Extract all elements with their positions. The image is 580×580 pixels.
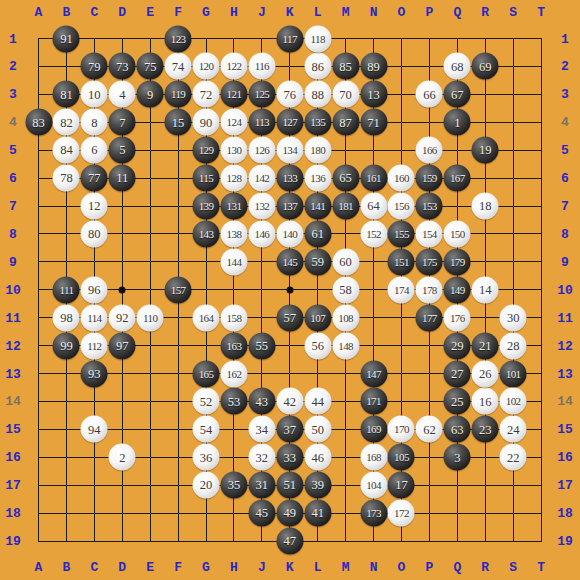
go-stone-f2[interactable]: 74 <box>165 53 192 80</box>
col-label-bottom: Q <box>453 560 461 575</box>
go-stone-m10[interactable]: 58 <box>332 276 359 303</box>
go-stone-l9[interactable]: 59 <box>304 248 331 275</box>
go-stone-g4[interactable]: 90 <box>193 109 220 136</box>
row-label-right: 2 <box>561 59 569 74</box>
row-label-left: 13 <box>5 366 21 381</box>
go-stone-e11[interactable]: 110 <box>137 304 164 331</box>
go-stone-d12[interactable]: 97 <box>109 332 136 359</box>
go-stone-h13[interactable]: 162 <box>220 360 247 387</box>
go-stone-s15[interactable]: 24 <box>500 416 527 443</box>
go-stone-q11[interactable]: 176 <box>444 304 471 331</box>
go-stone-p6[interactable]: 159 <box>416 165 443 192</box>
go-stone-j16[interactable]: 32 <box>248 444 275 471</box>
go-stone-o7[interactable]: 156 <box>388 193 415 220</box>
go-stone-f4[interactable]: 15 <box>165 109 192 136</box>
go-stone-q2[interactable]: 68 <box>444 53 471 80</box>
row-label-left: 8 <box>9 226 17 241</box>
go-stone-l2[interactable]: 86 <box>304 53 331 80</box>
go-stone-q9[interactable]: 179 <box>444 248 471 275</box>
go-stone-n18[interactable]: 173 <box>360 500 387 527</box>
go-stone-n14[interactable]: 171 <box>360 388 387 415</box>
go-stone-j6[interactable]: 142 <box>248 165 275 192</box>
go-stone-p11[interactable]: 177 <box>416 304 443 331</box>
col-label-bottom: B <box>63 560 71 575</box>
go-stone-b6[interactable]: 78 <box>53 165 80 192</box>
go-stone-l3[interactable]: 88 <box>304 81 331 108</box>
go-stone-f3[interactable]: 119 <box>165 81 192 108</box>
go-stone-r14[interactable]: 16 <box>472 388 499 415</box>
row-label-right: 13 <box>557 366 573 381</box>
go-stone-h5[interactable]: 130 <box>220 137 247 164</box>
go-stone-q16[interactable]: 3 <box>444 444 471 471</box>
go-stone-m11[interactable]: 108 <box>332 304 359 331</box>
row-label-left: 15 <box>5 422 21 437</box>
go-stone-m2[interactable]: 85 <box>332 53 359 80</box>
go-stone-g16[interactable]: 36 <box>193 444 220 471</box>
go-stone-n13[interactable]: 147 <box>360 360 387 387</box>
go-stone-n15[interactable]: 169 <box>360 416 387 443</box>
go-stone-l1[interactable]: 118 <box>304 25 331 52</box>
go-stone-h2[interactable]: 122 <box>220 53 247 80</box>
go-stone-s13[interactable]: 101 <box>500 360 527 387</box>
row-label-right: 5 <box>561 143 569 158</box>
go-stone-m4[interactable]: 87 <box>332 109 359 136</box>
col-label-bottom: L <box>314 560 322 575</box>
col-label-bottom: T <box>537 560 545 575</box>
col-label-bottom: F <box>174 560 182 575</box>
col-label-top: C <box>90 5 98 20</box>
row-label-left: 9 <box>9 254 17 269</box>
go-stone-k17[interactable]: 51 <box>276 472 303 499</box>
go-stone-s16[interactable]: 22 <box>500 444 527 471</box>
go-stone-g5[interactable]: 129 <box>193 137 220 164</box>
go-stone-k19[interactable]: 47 <box>276 528 303 555</box>
grid-line <box>541 38 542 542</box>
row-label-left: 3 <box>9 87 17 102</box>
row-label-left: 17 <box>5 478 21 493</box>
go-stone-n4[interactable]: 71 <box>360 109 387 136</box>
go-stone-f10[interactable]: 157 <box>165 276 192 303</box>
row-label-left: 18 <box>5 506 21 521</box>
go-stone-c10[interactable]: 96 <box>81 276 108 303</box>
row-label-right: 15 <box>557 422 573 437</box>
go-stone-l15[interactable]: 50 <box>304 416 331 443</box>
go-stone-j4[interactable]: 113 <box>248 109 275 136</box>
go-stone-g17[interactable]: 20 <box>193 472 220 499</box>
go-stone-d5[interactable]: 5 <box>109 137 136 164</box>
go-stone-k15[interactable]: 37 <box>276 416 303 443</box>
col-label-top: N <box>370 5 378 20</box>
col-label-top: A <box>35 5 43 20</box>
go-stone-k14[interactable]: 42 <box>276 388 303 415</box>
row-label-left: 19 <box>5 534 21 549</box>
go-stone-c2[interactable]: 79 <box>81 53 108 80</box>
go-stone-o6[interactable]: 160 <box>388 165 415 192</box>
go-stone-j12[interactable]: 55 <box>248 332 275 359</box>
go-stone-p9[interactable]: 175 <box>416 248 443 275</box>
go-stone-j7[interactable]: 132 <box>248 193 275 220</box>
go-board[interactable]: AABBCCDDEEFFGGHHJJKKLLMMNNOOPPQQRRSSTT11… <box>0 0 580 580</box>
go-stone-o9[interactable]: 151 <box>388 248 415 275</box>
row-label-right: 9 <box>561 254 569 269</box>
go-stone-g13[interactable]: 165 <box>193 360 220 387</box>
col-label-bottom: O <box>398 560 406 575</box>
go-stone-p15[interactable]: 62 <box>416 416 443 443</box>
row-label-right: 1 <box>561 31 569 46</box>
go-stone-o18[interactable]: 172 <box>388 500 415 527</box>
go-stone-g3[interactable]: 72 <box>193 81 220 108</box>
go-stone-r5[interactable]: 19 <box>472 137 499 164</box>
go-stone-g8[interactable]: 143 <box>193 220 220 247</box>
go-stone-e2[interactable]: 75 <box>137 53 164 80</box>
go-stone-k5[interactable]: 134 <box>276 137 303 164</box>
go-stone-n6[interactable]: 161 <box>360 165 387 192</box>
col-label-top: H <box>230 5 238 20</box>
go-stone-h17[interactable]: 35 <box>220 472 247 499</box>
go-stone-r15[interactable]: 23 <box>472 416 499 443</box>
col-label-top: L <box>314 5 322 20</box>
row-label-right: 4 <box>561 115 569 130</box>
star-point <box>119 286 126 293</box>
go-stone-j8[interactable]: 146 <box>248 220 275 247</box>
go-stone-h8[interactable]: 138 <box>220 220 247 247</box>
go-stone-q4[interactable]: 1 <box>444 109 471 136</box>
go-stone-k9[interactable]: 145 <box>276 248 303 275</box>
go-stone-b3[interactable]: 81 <box>53 81 80 108</box>
go-stone-q12[interactable]: 29 <box>444 332 471 359</box>
go-stone-k7[interactable]: 137 <box>276 193 303 220</box>
col-label-top: Q <box>453 5 461 20</box>
go-stone-b4[interactable]: 82 <box>53 109 80 136</box>
go-stone-o10[interactable]: 174 <box>388 276 415 303</box>
go-stone-q15[interactable]: 63 <box>444 416 471 443</box>
go-stone-l11[interactable]: 107 <box>304 304 331 331</box>
go-stone-l14[interactable]: 44 <box>304 388 331 415</box>
go-stone-k8[interactable]: 140 <box>276 220 303 247</box>
go-stone-h7[interactable]: 131 <box>220 193 247 220</box>
row-label-left: 7 <box>9 199 17 214</box>
go-stone-s11[interactable]: 30 <box>500 304 527 331</box>
go-stone-k1[interactable]: 117 <box>276 25 303 52</box>
star-point <box>286 286 293 293</box>
go-stone-l6[interactable]: 136 <box>304 165 331 192</box>
go-stone-n17[interactable]: 104 <box>360 472 387 499</box>
row-label-right: 14 <box>557 394 573 409</box>
go-stone-d11[interactable]: 92 <box>109 304 136 331</box>
go-stone-p10[interactable]: 178 <box>416 276 443 303</box>
go-stone-a4[interactable]: 83 <box>25 109 52 136</box>
row-label-left: 12 <box>5 338 21 353</box>
go-stone-k11[interactable]: 57 <box>276 304 303 331</box>
row-label-right: 3 <box>561 87 569 102</box>
go-stone-c4[interactable]: 8 <box>81 109 108 136</box>
go-stone-p7[interactable]: 153 <box>416 193 443 220</box>
col-label-top: M <box>342 5 350 20</box>
col-label-top: E <box>146 5 154 20</box>
go-stone-o17[interactable]: 17 <box>388 472 415 499</box>
col-label-bottom: J <box>258 560 266 575</box>
go-stone-r12[interactable]: 21 <box>472 332 499 359</box>
go-stone-j14[interactable]: 43 <box>248 388 275 415</box>
col-label-top: J <box>258 5 266 20</box>
go-stone-b11[interactable]: 98 <box>53 304 80 331</box>
col-label-bottom: H <box>230 560 238 575</box>
go-stone-b1[interactable]: 91 <box>53 25 80 52</box>
go-stone-o15[interactable]: 170 <box>388 416 415 443</box>
go-stone-c3[interactable]: 10 <box>81 81 108 108</box>
go-stone-d3[interactable]: 4 <box>109 81 136 108</box>
row-label-right: 6 <box>561 171 569 186</box>
row-label-left: 11 <box>5 310 21 325</box>
col-label-top: T <box>537 5 545 20</box>
go-stone-j3[interactable]: 125 <box>248 81 275 108</box>
row-label-right: 17 <box>557 478 573 493</box>
go-stone-r10[interactable]: 14 <box>472 276 499 303</box>
go-stone-p3[interactable]: 66 <box>416 81 443 108</box>
col-label-bottom: N <box>370 560 378 575</box>
go-stone-r2[interactable]: 69 <box>472 53 499 80</box>
go-stone-d16[interactable]: 2 <box>109 444 136 471</box>
go-stone-h9[interactable]: 144 <box>220 248 247 275</box>
col-label-bottom: R <box>481 560 489 575</box>
go-stone-m7[interactable]: 181 <box>332 193 359 220</box>
col-label-bottom: P <box>425 560 433 575</box>
go-stone-k3[interactable]: 76 <box>276 81 303 108</box>
go-stone-s12[interactable]: 28 <box>500 332 527 359</box>
go-stone-g14[interactable]: 52 <box>193 388 220 415</box>
go-stone-l7[interactable]: 141 <box>304 193 331 220</box>
col-label-bottom: G <box>202 560 210 575</box>
go-stone-c11[interactable]: 114 <box>81 304 108 331</box>
go-stone-l8[interactable]: 61 <box>304 220 331 247</box>
row-label-left: 6 <box>9 171 17 186</box>
go-stone-q6[interactable]: 167 <box>444 165 471 192</box>
col-label-top: G <box>202 5 210 20</box>
row-label-right: 11 <box>557 310 573 325</box>
col-label-bottom: M <box>342 560 350 575</box>
go-stone-s14[interactable]: 102 <box>500 388 527 415</box>
col-label-bottom: E <box>146 560 154 575</box>
go-stone-l18[interactable]: 41 <box>304 500 331 527</box>
go-stone-d2[interactable]: 73 <box>109 53 136 80</box>
row-label-left: 16 <box>5 450 21 465</box>
go-stone-n8[interactable]: 152 <box>360 220 387 247</box>
go-stone-n7[interactable]: 64 <box>360 193 387 220</box>
go-stone-n2[interactable]: 89 <box>360 53 387 80</box>
row-label-left: 10 <box>5 282 21 297</box>
go-stone-l17[interactable]: 39 <box>304 472 331 499</box>
go-stone-j15[interactable]: 34 <box>248 416 275 443</box>
go-stone-k4[interactable]: 127 <box>276 109 303 136</box>
go-stone-b12[interactable]: 99 <box>53 332 80 359</box>
go-stone-c7[interactable]: 12 <box>81 193 108 220</box>
go-stone-c5[interactable]: 6 <box>81 137 108 164</box>
col-label-top: F <box>174 5 182 20</box>
go-stone-k6[interactable]: 133 <box>276 165 303 192</box>
go-stone-j17[interactable]: 31 <box>248 472 275 499</box>
row-label-left: 5 <box>9 143 17 158</box>
go-stone-j2[interactable]: 116 <box>248 53 275 80</box>
row-label-right: 18 <box>557 506 573 521</box>
col-label-bottom: K <box>286 560 294 575</box>
go-stone-c6[interactable]: 77 <box>81 165 108 192</box>
row-label-left: 1 <box>9 31 17 46</box>
go-stone-c15[interactable]: 94 <box>81 416 108 443</box>
go-stone-h14[interactable]: 53 <box>220 388 247 415</box>
go-stone-c13[interactable]: 93 <box>81 360 108 387</box>
col-label-top: D <box>118 5 126 20</box>
row-label-right: 7 <box>561 199 569 214</box>
row-label-right: 12 <box>557 338 573 353</box>
go-stone-o16[interactable]: 105 <box>388 444 415 471</box>
row-label-right: 16 <box>557 450 573 465</box>
col-label-top: K <box>286 5 294 20</box>
go-stone-h12[interactable]: 163 <box>220 332 247 359</box>
col-label-top: S <box>509 5 517 20</box>
go-stone-b5[interactable]: 84 <box>53 137 80 164</box>
go-stone-m3[interactable]: 70 <box>332 81 359 108</box>
go-stone-g2[interactable]: 120 <box>193 53 220 80</box>
go-stone-k16[interactable]: 33 <box>276 444 303 471</box>
go-stone-d6[interactable]: 11 <box>109 165 136 192</box>
go-stone-o8[interactable]: 155 <box>388 220 415 247</box>
go-stone-e3[interactable]: 9 <box>137 81 164 108</box>
go-stone-q13[interactable]: 27 <box>444 360 471 387</box>
go-stone-q10[interactable]: 149 <box>444 276 471 303</box>
row-label-left: 14 <box>5 394 21 409</box>
go-stone-g6[interactable]: 115 <box>193 165 220 192</box>
go-stone-l12[interactable]: 56 <box>304 332 331 359</box>
go-stone-g15[interactable]: 54 <box>193 416 220 443</box>
row-label-left: 2 <box>9 59 17 74</box>
col-label-top: O <box>398 5 406 20</box>
go-stone-l5[interactable]: 180 <box>304 137 331 164</box>
col-label-top: P <box>425 5 433 20</box>
go-stone-c12[interactable]: 112 <box>81 332 108 359</box>
go-stone-q14[interactable]: 25 <box>444 388 471 415</box>
col-label-bottom: C <box>90 560 98 575</box>
col-label-top: R <box>481 5 489 20</box>
go-stone-h6[interactable]: 128 <box>220 165 247 192</box>
row-label-right: 19 <box>557 534 573 549</box>
col-label-top: B <box>63 5 71 20</box>
go-stone-m9[interactable]: 60 <box>332 248 359 275</box>
go-stone-m12[interactable]: 148 <box>332 332 359 359</box>
go-stone-h11[interactable]: 158 <box>220 304 247 331</box>
col-label-bottom: D <box>118 560 126 575</box>
go-stone-g7[interactable]: 139 <box>193 193 220 220</box>
go-stone-j18[interactable]: 45 <box>248 500 275 527</box>
go-stone-j5[interactable]: 126 <box>248 137 275 164</box>
go-stone-d4[interactable]: 7 <box>109 109 136 136</box>
go-stone-c8[interactable]: 80 <box>81 220 108 247</box>
go-stone-n3[interactable]: 13 <box>360 81 387 108</box>
row-label-left: 4 <box>9 115 17 130</box>
go-stone-n16[interactable]: 168 <box>360 444 387 471</box>
go-stone-l4[interactable]: 135 <box>304 109 331 136</box>
go-stone-q8[interactable]: 150 <box>444 220 471 247</box>
go-stone-h3[interactable]: 121 <box>220 81 247 108</box>
go-stone-l16[interactable]: 46 <box>304 444 331 471</box>
go-stone-p8[interactable]: 154 <box>416 220 443 247</box>
row-label-right: 8 <box>561 226 569 241</box>
go-stone-r13[interactable]: 26 <box>472 360 499 387</box>
go-stone-k18[interactable]: 49 <box>276 500 303 527</box>
go-stone-p5[interactable]: 166 <box>416 137 443 164</box>
go-stone-f1[interactable]: 123 <box>165 25 192 52</box>
row-label-right: 10 <box>557 282 573 297</box>
col-label-bottom: S <box>509 560 517 575</box>
go-stone-r7[interactable]: 18 <box>472 193 499 220</box>
go-stone-g11[interactable]: 164 <box>193 304 220 331</box>
col-label-bottom: A <box>35 560 43 575</box>
go-stone-h4[interactable]: 124 <box>220 109 247 136</box>
go-stone-q3[interactable]: 67 <box>444 81 471 108</box>
go-stone-m6[interactable]: 65 <box>332 165 359 192</box>
go-stone-b10[interactable]: 111 <box>53 276 80 303</box>
